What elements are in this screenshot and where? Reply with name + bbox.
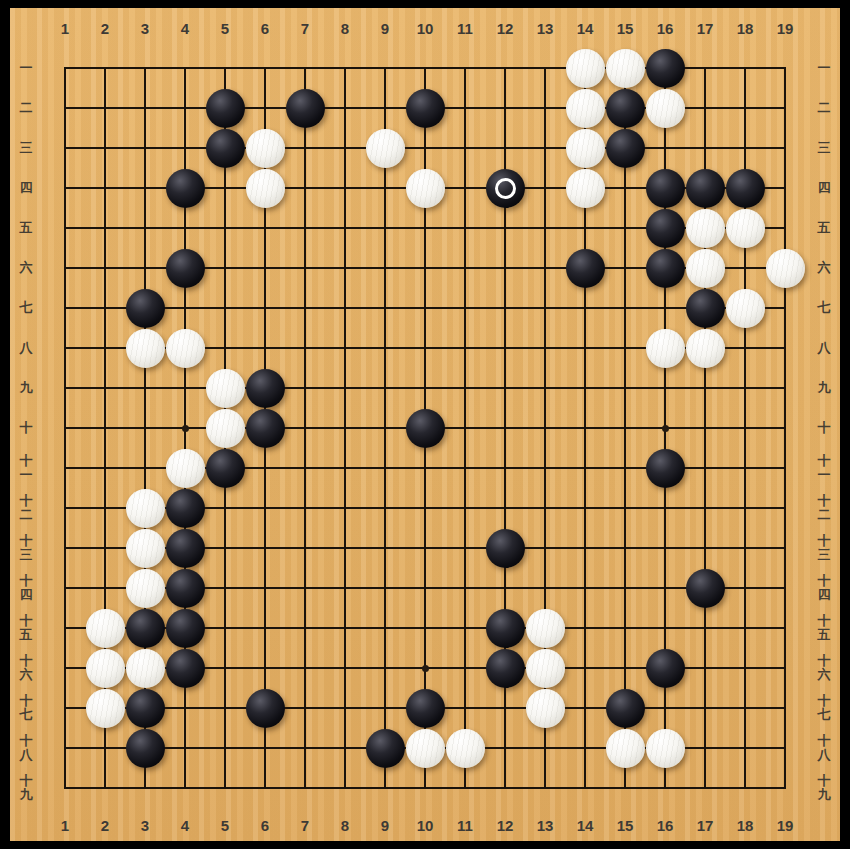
row-label: 四	[818, 181, 831, 195]
row-label: 十八	[818, 734, 831, 762]
stone-white[interactable]	[406, 169, 445, 208]
stone-black[interactable]	[246, 369, 285, 408]
stone-black[interactable]	[206, 449, 245, 488]
row-label: 十一	[818, 454, 831, 482]
col-label: 17	[697, 20, 714, 37]
row-label: 十一	[20, 454, 33, 482]
stone-white[interactable]	[726, 289, 765, 328]
row-label: 三	[818, 141, 831, 155]
col-label: 14	[577, 20, 594, 37]
stone-white[interactable]	[206, 369, 245, 408]
stone-white[interactable]	[646, 329, 685, 368]
stone-black[interactable]	[486, 529, 525, 568]
row-label: 十七	[818, 694, 831, 722]
col-label: 10	[417, 817, 434, 834]
row-label: 八	[20, 341, 33, 355]
row-label: 五	[818, 221, 831, 235]
stone-white[interactable]	[646, 89, 685, 128]
col-label: 2	[101, 817, 109, 834]
stone-white[interactable]	[366, 129, 405, 168]
stone-black[interactable]	[686, 569, 725, 608]
app-background: 12345678910111213141516171819 1234567891…	[0, 0, 850, 849]
stone-white[interactable]	[686, 329, 725, 368]
col-label: 8	[341, 20, 349, 37]
col-label: 16	[657, 817, 674, 834]
stone-black[interactable]	[486, 609, 525, 648]
row-label: 十二	[818, 494, 831, 522]
stone-black[interactable]	[486, 169, 525, 208]
stone-white[interactable]	[606, 49, 645, 88]
stone-black[interactable]	[166, 649, 205, 688]
stone-black[interactable]	[126, 689, 165, 728]
stone-white[interactable]	[246, 129, 285, 168]
stone-black[interactable]	[646, 249, 685, 288]
stone-black[interactable]	[166, 489, 205, 528]
stone-white[interactable]	[166, 449, 205, 488]
row-label: 九	[20, 381, 33, 395]
stone-white[interactable]	[166, 329, 205, 368]
col-label: 6	[261, 20, 269, 37]
row-label: 十七	[20, 694, 33, 722]
row-label: 六	[818, 261, 831, 275]
stone-black[interactable]	[166, 609, 205, 648]
col-label: 13	[537, 20, 554, 37]
stone-white[interactable]	[206, 409, 245, 448]
col-label: 15	[617, 20, 634, 37]
col-label: 11	[457, 20, 473, 37]
col-label: 5	[221, 817, 229, 834]
row-label: 十四	[20, 574, 33, 602]
col-label: 7	[301, 817, 309, 834]
row-label: 八	[818, 341, 831, 355]
col-label: 19	[777, 817, 794, 834]
col-label: 18	[737, 20, 754, 37]
stone-black[interactable]	[206, 89, 245, 128]
row-label: 七	[818, 301, 831, 315]
col-label: 19	[777, 20, 794, 37]
stone-black[interactable]	[486, 649, 525, 688]
row-label: 十	[20, 421, 33, 435]
stone-white[interactable]	[566, 129, 605, 168]
row-label: 二	[818, 101, 831, 115]
stone-white[interactable]	[126, 489, 165, 528]
row-label: 十九	[20, 774, 33, 802]
stone-white[interactable]	[526, 689, 565, 728]
col-label: 17	[697, 817, 714, 834]
stone-black[interactable]	[646, 169, 685, 208]
stone-white[interactable]	[686, 249, 725, 288]
col-label: 10	[417, 20, 434, 37]
row-label: 五	[20, 221, 33, 235]
star-point	[422, 665, 429, 672]
col-label: 7	[301, 20, 309, 37]
col-label: 4	[181, 817, 189, 834]
stone-white[interactable]	[566, 49, 605, 88]
row-label: 十八	[20, 734, 33, 762]
row-label: 十五	[20, 614, 33, 642]
stone-black[interactable]	[686, 169, 725, 208]
row-label: 十五	[818, 614, 831, 642]
stone-black[interactable]	[566, 249, 605, 288]
row-label: 九	[818, 381, 831, 395]
col-label: 16	[657, 20, 674, 37]
stone-white[interactable]	[126, 329, 165, 368]
row-label: 七	[20, 301, 33, 315]
col-label: 12	[497, 20, 514, 37]
grid-hline	[64, 787, 786, 789]
row-label: 十	[818, 421, 831, 435]
col-label: 4	[181, 20, 189, 37]
stone-black[interactable]	[406, 89, 445, 128]
stone-black[interactable]	[406, 409, 445, 448]
stone-white[interactable]	[726, 209, 765, 248]
row-label: 十三	[20, 534, 33, 562]
stone-black[interactable]	[646, 449, 685, 488]
col-label: 14	[577, 817, 594, 834]
stone-white[interactable]	[86, 689, 125, 728]
row-label: 二	[20, 101, 33, 115]
stone-black[interactable]	[166, 169, 205, 208]
stone-white[interactable]	[566, 89, 605, 128]
go-board[interactable]: 12345678910111213141516171819 1234567891…	[10, 8, 840, 841]
stone-black[interactable]	[606, 129, 645, 168]
col-label: 1	[61, 817, 69, 834]
col-label: 18	[737, 817, 754, 834]
grid-vline	[464, 67, 466, 789]
stone-black[interactable]	[126, 289, 165, 328]
star-point	[662, 425, 669, 432]
stone-black[interactable]	[206, 129, 245, 168]
star-point	[182, 425, 189, 432]
col-label: 11	[457, 817, 473, 834]
stone-white[interactable]	[406, 729, 445, 768]
stone-black[interactable]	[166, 249, 205, 288]
col-label: 2	[101, 20, 109, 37]
stone-black[interactable]	[606, 89, 645, 128]
stone-white[interactable]	[446, 729, 485, 768]
stone-white[interactable]	[766, 249, 805, 288]
row-label: 十六	[20, 654, 33, 682]
col-label: 3	[141, 20, 149, 37]
stone-white[interactable]	[606, 729, 645, 768]
stone-white[interactable]	[86, 649, 125, 688]
row-label: 十二	[20, 494, 33, 522]
row-label: 十四	[818, 574, 831, 602]
stone-black[interactable]	[126, 609, 165, 648]
stone-white[interactable]	[526, 649, 565, 688]
stone-white[interactable]	[566, 169, 605, 208]
col-label: 9	[381, 20, 389, 37]
stone-white[interactable]	[246, 169, 285, 208]
stone-black[interactable]	[646, 209, 685, 248]
row-label: 十三	[818, 534, 831, 562]
row-label: 一	[20, 61, 33, 75]
col-label: 8	[341, 817, 349, 834]
stone-white[interactable]	[526, 609, 565, 648]
stone-white[interactable]	[126, 569, 165, 608]
col-label: 6	[261, 817, 269, 834]
row-label: 十六	[818, 654, 831, 682]
col-label: 12	[497, 817, 514, 834]
stone-black[interactable]	[246, 689, 285, 728]
grid-vline	[784, 67, 786, 789]
stone-black[interactable]	[606, 689, 645, 728]
stone-black[interactable]	[166, 529, 205, 568]
stone-white[interactable]	[86, 609, 125, 648]
col-label: 9	[381, 817, 389, 834]
grid-vline	[624, 67, 626, 789]
col-label: 15	[617, 817, 634, 834]
last-move-marker	[495, 178, 516, 199]
stone-black[interactable]	[646, 49, 685, 88]
row-label: 六	[20, 261, 33, 275]
row-label: 十九	[818, 774, 831, 802]
col-label: 1	[61, 20, 69, 37]
col-label: 13	[537, 817, 554, 834]
stone-black[interactable]	[286, 89, 325, 128]
stone-black[interactable]	[126, 729, 165, 768]
row-label: 一	[818, 61, 831, 75]
stone-black[interactable]	[166, 569, 205, 608]
stone-black[interactable]	[406, 689, 445, 728]
stone-white[interactable]	[686, 209, 725, 248]
col-label: 5	[221, 20, 229, 37]
stone-white[interactable]	[126, 649, 165, 688]
stone-black[interactable]	[726, 169, 765, 208]
row-label: 三	[20, 141, 33, 155]
stone-black[interactable]	[366, 729, 405, 768]
stone-black[interactable]	[246, 409, 285, 448]
stone-white[interactable]	[646, 729, 685, 768]
col-label: 3	[141, 817, 149, 834]
row-label: 四	[20, 181, 33, 195]
stone-black[interactable]	[646, 649, 685, 688]
stone-black[interactable]	[686, 289, 725, 328]
stone-white[interactable]	[126, 529, 165, 568]
